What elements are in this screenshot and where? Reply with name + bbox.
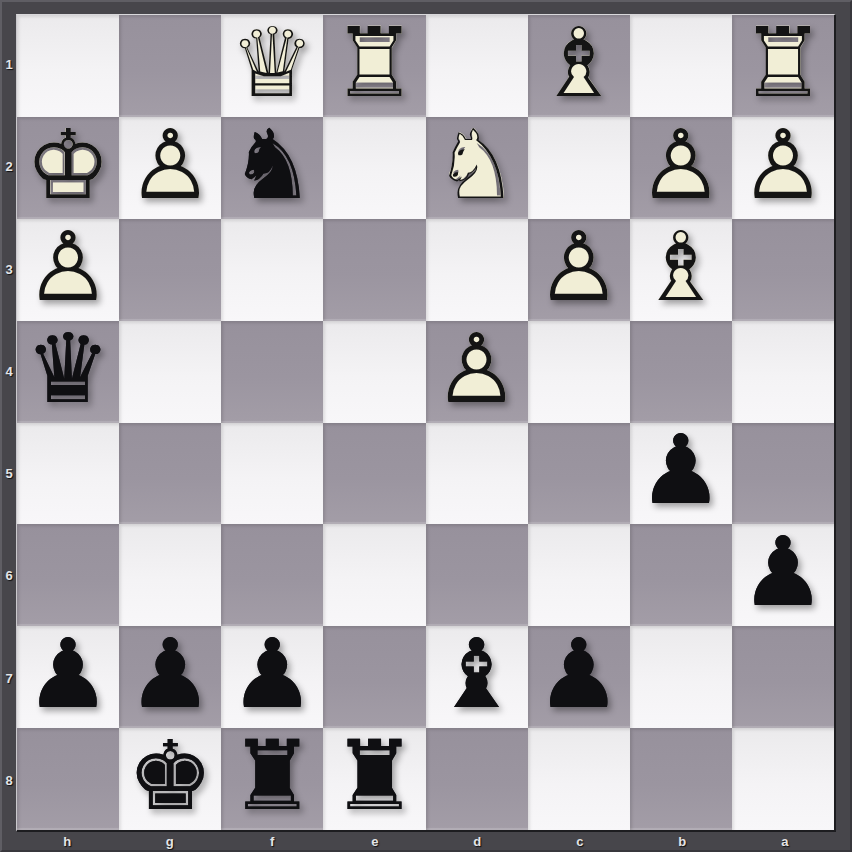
square-a7[interactable] xyxy=(732,626,834,728)
black-pawn[interactable]: ♟♟ xyxy=(630,423,732,525)
file-label-c: c xyxy=(576,834,583,849)
square-h3[interactable]: ♟♙ xyxy=(17,219,119,321)
rank-label-1: 1 xyxy=(2,57,16,72)
white-pawn[interactable]: ♟♙ xyxy=(119,117,221,219)
square-e6[interactable] xyxy=(323,524,425,626)
white-bishop[interactable]: ♝♗ xyxy=(630,219,732,321)
chess-board: ♛♕♜♖♝♗♜♖♚♔♟♙♞♞♞♘♟♙♟♙♟♙♟♙♝♗♛♛♟♙♟♟♟♟♟♟♟♟♟♟… xyxy=(16,14,836,832)
square-d6[interactable] xyxy=(426,524,528,626)
square-a2[interactable]: ♟♙ xyxy=(732,117,834,219)
file-label-h: h xyxy=(63,834,71,849)
black-pawn-outline: ♟ xyxy=(732,521,834,623)
black-pawn[interactable]: ♟♟ xyxy=(119,626,221,728)
square-f2[interactable]: ♞♞ xyxy=(221,117,323,219)
black-pawn[interactable]: ♟♟ xyxy=(732,524,834,626)
square-e4[interactable] xyxy=(323,321,425,423)
square-g2[interactable]: ♟♙ xyxy=(119,117,221,219)
file-label-f: f xyxy=(270,834,274,849)
square-g6[interactable] xyxy=(119,524,221,626)
black-pawn-outline: ♟ xyxy=(528,623,630,725)
white-pawn[interactable]: ♟♙ xyxy=(17,219,119,321)
square-a3[interactable] xyxy=(732,219,834,321)
white-knight[interactable]: ♞♘ xyxy=(426,117,528,219)
black-knight-outline: ♞ xyxy=(221,114,323,216)
square-f6[interactable] xyxy=(221,524,323,626)
square-a4[interactable] xyxy=(732,321,834,423)
black-queen-outline: ♛ xyxy=(17,318,119,420)
black-pawn-outline: ♟ xyxy=(17,623,119,725)
white-rook-outline: ♖ xyxy=(323,12,425,114)
rank-label-5: 5 xyxy=(2,466,16,481)
black-king[interactable]: ♚♚ xyxy=(119,728,221,830)
square-f5[interactable] xyxy=(221,423,323,525)
white-pawn[interactable]: ♟♙ xyxy=(528,219,630,321)
white-bishop-outline: ♗ xyxy=(630,216,732,318)
square-b2[interactable]: ♟♙ xyxy=(630,117,732,219)
square-f8[interactable]: ♜♜ xyxy=(221,728,323,830)
square-b6[interactable] xyxy=(630,524,732,626)
square-a6[interactable]: ♟♟ xyxy=(732,524,834,626)
white-queen-outline: ♕ xyxy=(221,12,323,114)
black-bishop[interactable]: ♝♝ xyxy=(426,626,528,728)
file-label-d: d xyxy=(473,834,481,849)
black-rook-outline: ♜ xyxy=(221,725,323,827)
square-g3[interactable] xyxy=(119,219,221,321)
black-pawn[interactable]: ♟♟ xyxy=(528,626,630,728)
square-d1[interactable] xyxy=(426,15,528,117)
square-c5[interactable] xyxy=(528,423,630,525)
square-f3[interactable] xyxy=(221,219,323,321)
square-d4[interactable]: ♟♙ xyxy=(426,321,528,423)
square-a8[interactable] xyxy=(732,728,834,830)
square-a5[interactable] xyxy=(732,423,834,525)
square-h7[interactable]: ♟♟ xyxy=(17,626,119,728)
black-rook[interactable]: ♜♜ xyxy=(323,728,425,830)
square-d7[interactable]: ♝♝ xyxy=(426,626,528,728)
white-pawn[interactable]: ♟♙ xyxy=(732,117,834,219)
black-pawn-outline: ♟ xyxy=(630,420,732,522)
black-pawn-outline: ♟ xyxy=(221,623,323,725)
square-c1[interactable]: ♝♗ xyxy=(528,15,630,117)
square-e8[interactable]: ♜♜ xyxy=(323,728,425,830)
file-label-g: g xyxy=(166,834,174,849)
square-h4[interactable]: ♛♛ xyxy=(17,321,119,423)
square-c8[interactable] xyxy=(528,728,630,830)
white-king[interactable]: ♚♔ xyxy=(17,117,119,219)
square-b1[interactable] xyxy=(630,15,732,117)
square-f7[interactable]: ♟♟ xyxy=(221,626,323,728)
square-c2[interactable] xyxy=(528,117,630,219)
file-label-e: e xyxy=(371,834,378,849)
rank-label-7: 7 xyxy=(2,671,16,686)
rank-label-8: 8 xyxy=(2,773,16,788)
white-rook[interactable]: ♜♖ xyxy=(732,15,834,117)
square-b7[interactable] xyxy=(630,626,732,728)
white-pawn-outline: ♙ xyxy=(528,216,630,318)
square-g8[interactable]: ♚♚ xyxy=(119,728,221,830)
square-d3[interactable] xyxy=(426,219,528,321)
file-label-a: a xyxy=(781,834,788,849)
square-g4[interactable] xyxy=(119,321,221,423)
black-queen[interactable]: ♛♛ xyxy=(17,321,119,423)
black-bishop-outline: ♝ xyxy=(426,623,528,725)
white-pawn[interactable]: ♟♙ xyxy=(426,321,528,423)
black-pawn[interactable]: ♟♟ xyxy=(17,626,119,728)
square-e5[interactable] xyxy=(323,423,425,525)
white-bishop[interactable]: ♝♗ xyxy=(528,15,630,117)
square-h8[interactable] xyxy=(17,728,119,830)
rank-label-6: 6 xyxy=(2,568,16,583)
square-b3[interactable]: ♝♗ xyxy=(630,219,732,321)
white-pawn-outline: ♙ xyxy=(732,114,834,216)
square-g7[interactable]: ♟♟ xyxy=(119,626,221,728)
square-c7[interactable]: ♟♟ xyxy=(528,626,630,728)
square-e3[interactable] xyxy=(323,219,425,321)
white-rook-outline: ♖ xyxy=(732,12,834,114)
white-pawn-outline: ♙ xyxy=(426,318,528,420)
white-pawn-outline: ♙ xyxy=(17,216,119,318)
square-c3[interactable]: ♟♙ xyxy=(528,219,630,321)
square-c4[interactable] xyxy=(528,321,630,423)
white-bishop-outline: ♗ xyxy=(528,12,630,114)
square-d2[interactable]: ♞♘ xyxy=(426,117,528,219)
black-pawn[interactable]: ♟♟ xyxy=(221,626,323,728)
white-pawn-outline: ♙ xyxy=(119,114,221,216)
square-h6[interactable] xyxy=(17,524,119,626)
white-knight-outline: ♘ xyxy=(426,114,528,216)
square-h1[interactable] xyxy=(17,15,119,117)
rank-label-2: 2 xyxy=(2,159,16,174)
square-b8[interactable] xyxy=(630,728,732,830)
square-e2[interactable] xyxy=(323,117,425,219)
white-pawn-outline: ♙ xyxy=(630,114,732,216)
file-label-b: b xyxy=(678,834,686,849)
square-a1[interactable]: ♜♖ xyxy=(732,15,834,117)
square-f1[interactable]: ♛♕ xyxy=(221,15,323,117)
white-queen[interactable]: ♛♕ xyxy=(221,15,323,117)
black-pawn-outline: ♟ xyxy=(119,623,221,725)
square-b5[interactable]: ♟♟ xyxy=(630,423,732,525)
square-e7[interactable] xyxy=(323,626,425,728)
square-b4[interactable] xyxy=(630,321,732,423)
square-c6[interactable] xyxy=(528,524,630,626)
white-pawn[interactable]: ♟♙ xyxy=(630,117,732,219)
black-king-outline: ♚ xyxy=(119,725,221,827)
rank-label-4: 4 xyxy=(2,364,16,379)
square-h2[interactable]: ♚♔ xyxy=(17,117,119,219)
square-g1[interactable] xyxy=(119,15,221,117)
square-d5[interactable] xyxy=(426,423,528,525)
rank-label-3: 3 xyxy=(2,262,16,277)
square-f4[interactable] xyxy=(221,321,323,423)
square-h5[interactable] xyxy=(17,423,119,525)
square-d8[interactable] xyxy=(426,728,528,830)
square-g5[interactable] xyxy=(119,423,221,525)
white-king-outline: ♔ xyxy=(17,114,119,216)
white-rook[interactable]: ♜♖ xyxy=(323,15,425,117)
black-knight[interactable]: ♞♞ xyxy=(221,117,323,219)
black-rook-outline: ♜ xyxy=(323,725,425,827)
black-rook[interactable]: ♜♜ xyxy=(221,728,323,830)
square-e1[interactable]: ♜♖ xyxy=(323,15,425,117)
board-frame: ♛♕♜♖♝♗♜♖♚♔♟♙♞♞♞♘♟♙♟♙♟♙♟♙♝♗♛♛♟♙♟♟♟♟♟♟♟♟♟♟… xyxy=(0,0,852,852)
